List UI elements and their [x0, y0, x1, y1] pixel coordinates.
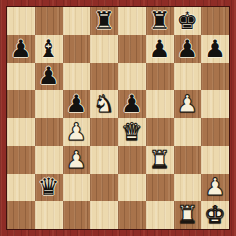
square-h5[interactable] — [201, 90, 229, 118]
square-e3[interactable] — [118, 146, 146, 174]
square-d2[interactable] — [90, 174, 118, 202]
white-pawn-icon: ♟ — [204, 175, 226, 199]
square-d6[interactable] — [90, 63, 118, 91]
square-g8[interactable]: ♚ — [174, 7, 202, 35]
square-f1[interactable] — [146, 201, 174, 229]
square-h1[interactable]: ♚ — [201, 201, 229, 229]
square-b3[interactable] — [35, 146, 63, 174]
square-f4[interactable] — [146, 118, 174, 146]
square-d8[interactable]: ♜ — [90, 7, 118, 35]
white-rook-icon: ♜ — [177, 203, 199, 227]
square-a4[interactable] — [7, 118, 35, 146]
black-rook-icon: ♜ — [149, 9, 171, 33]
square-d5[interactable]: ♞ — [90, 90, 118, 118]
square-h4[interactable] — [201, 118, 229, 146]
black-pawn-icon: ♟ — [66, 92, 88, 116]
black-pawn-icon: ♟ — [149, 37, 171, 61]
white-pawn-icon: ♟ — [177, 92, 199, 116]
square-b7[interactable]: ♝ — [35, 35, 63, 63]
black-pawn-icon: ♟ — [38, 64, 60, 88]
square-e8[interactable] — [118, 7, 146, 35]
board-frame: ♜♜♚♟♝♟♟♟♟♟♞♟♟♟♛♟♜♛♟♜♚ — [0, 0, 236, 236]
square-d4[interactable] — [90, 118, 118, 146]
square-b2[interactable]: ♛ — [35, 174, 63, 202]
white-pawn-icon: ♟ — [66, 148, 88, 172]
square-a8[interactable] — [7, 7, 35, 35]
square-e5[interactable]: ♟ — [118, 90, 146, 118]
square-a1[interactable] — [7, 201, 35, 229]
square-d1[interactable] — [90, 201, 118, 229]
square-f2[interactable] — [146, 174, 174, 202]
square-a5[interactable] — [7, 90, 35, 118]
square-g5[interactable]: ♟ — [174, 90, 202, 118]
square-g3[interactable] — [174, 146, 202, 174]
square-h2[interactable]: ♟ — [201, 174, 229, 202]
square-e7[interactable] — [118, 35, 146, 63]
square-e2[interactable] — [118, 174, 146, 202]
square-c1[interactable] — [63, 201, 91, 229]
square-e1[interactable] — [118, 201, 146, 229]
white-pawn-icon: ♟ — [66, 120, 88, 144]
square-d3[interactable] — [90, 146, 118, 174]
square-h8[interactable] — [201, 7, 229, 35]
square-b8[interactable] — [35, 7, 63, 35]
square-e6[interactable] — [118, 63, 146, 91]
square-h6[interactable] — [201, 63, 229, 91]
square-g1[interactable]: ♜ — [174, 201, 202, 229]
black-pawn-icon: ♟ — [121, 92, 143, 116]
square-f8[interactable]: ♜ — [146, 7, 174, 35]
square-c5[interactable]: ♟ — [63, 90, 91, 118]
white-rook-icon: ♜ — [149, 148, 171, 172]
square-b1[interactable] — [35, 201, 63, 229]
square-h7[interactable]: ♟ — [201, 35, 229, 63]
black-pawn-icon: ♟ — [10, 37, 32, 61]
black-king-icon: ♚ — [177, 9, 199, 33]
square-b4[interactable] — [35, 118, 63, 146]
black-queen-icon: ♛ — [38, 175, 60, 199]
black-pawn-icon: ♟ — [204, 37, 226, 61]
square-g4[interactable] — [174, 118, 202, 146]
square-f7[interactable]: ♟ — [146, 35, 174, 63]
square-f6[interactable] — [146, 63, 174, 91]
square-c3[interactable]: ♟ — [63, 146, 91, 174]
square-f5[interactable] — [146, 90, 174, 118]
square-a6[interactable] — [7, 63, 35, 91]
square-f3[interactable]: ♜ — [146, 146, 174, 174]
square-b6[interactable]: ♟ — [35, 63, 63, 91]
square-g2[interactable] — [174, 174, 202, 202]
square-a2[interactable] — [7, 174, 35, 202]
black-rook-icon: ♜ — [93, 9, 115, 33]
square-c8[interactable] — [63, 7, 91, 35]
chess-board: ♜♜♚♟♝♟♟♟♟♟♞♟♟♟♛♟♜♛♟♜♚ — [6, 6, 230, 230]
square-d7[interactable] — [90, 35, 118, 63]
square-c6[interactable] — [63, 63, 91, 91]
square-c4[interactable]: ♟ — [63, 118, 91, 146]
white-knight-icon: ♞ — [93, 92, 115, 116]
square-a3[interactable] — [7, 146, 35, 174]
square-g6[interactable] — [174, 63, 202, 91]
square-e4[interactable]: ♛ — [118, 118, 146, 146]
square-g7[interactable]: ♟ — [174, 35, 202, 63]
square-c2[interactable] — [63, 174, 91, 202]
black-bishop-icon: ♝ — [38, 37, 60, 61]
square-a7[interactable]: ♟ — [7, 35, 35, 63]
square-c7[interactable] — [63, 35, 91, 63]
black-pawn-icon: ♟ — [177, 37, 199, 61]
white-king-icon: ♚ — [204, 203, 226, 227]
square-h3[interactable] — [201, 146, 229, 174]
square-b5[interactable] — [35, 90, 63, 118]
white-queen-icon: ♛ — [121, 120, 143, 144]
